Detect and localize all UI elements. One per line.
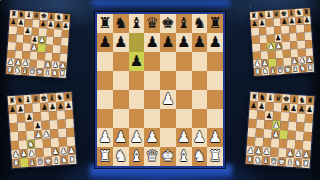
square-c7[interactable] [129, 33, 145, 52]
square-b4[interactable] [113, 90, 129, 109]
black-rook: ♜ [64, 93, 71, 101]
chessboard-mini-bottom-left: ♜♞♝♛♚♝♞♜♟♟♟♟♟♟♟♟♟♟♞♟♟♟♟♟♟♜♝♛♚♝♞♜ [6, 91, 77, 169]
white-queen: ♛ [277, 66, 284, 73]
white-knight: ♞ [294, 159, 301, 167]
black-rook: ♜ [251, 93, 258, 101]
black-queen: ♛ [273, 11, 280, 18]
white-pawn: ♟ [114, 130, 127, 145]
black-pawn: ♟ [177, 35, 190, 50]
square-b3[interactable] [113, 109, 129, 128]
square-g2[interactable]: ♟ [192, 128, 208, 147]
square-d4[interactable] [144, 90, 160, 109]
square-c2[interactable]: ♟ [129, 128, 145, 147]
white-pawn: ♟ [247, 147, 254, 155]
square-g3[interactable] [192, 109, 208, 128]
square-f5[interactable] [176, 71, 192, 90]
chessboard-mini-top-left: ♜♞♝♛♚♝♞♜♟♟♟♟♟♟♟♟♟♟♟♟♟♟♟♟♜♞♝♛♚♝♞♜ [5, 9, 71, 79]
black-pawn: ♟ [49, 103, 56, 111]
square-b2[interactable]: ♟ [113, 128, 129, 147]
black-pawn: ♟ [281, 18, 288, 25]
white-rook: ♜ [302, 159, 309, 167]
black-bishop: ♝ [267, 94, 274, 102]
white-pawn: ♟ [28, 149, 35, 157]
black-bishop: ♝ [130, 16, 143, 31]
black-bishop: ♝ [24, 95, 31, 103]
square-g5[interactable] [192, 71, 208, 90]
chessboard-mini-top-right: ♜♞♝♛♚♝♞♜♟♟♟♟♟♟♟♟♟♟♟♟♟♟♜♞♝♛♚♝♞♜ [249, 7, 315, 77]
square-h1: ♜ [68, 155, 77, 165]
square-f4[interactable] [176, 90, 192, 109]
square-g4[interactable] [192, 90, 208, 109]
square-c4[interactable] [129, 90, 145, 109]
white-queen: ♛ [270, 157, 277, 165]
black-king: ♚ [280, 10, 287, 17]
black-pawn: ♟ [130, 54, 143, 69]
black-knight: ♞ [16, 96, 23, 104]
white-knight: ♞ [51, 70, 58, 77]
white-pawn: ♟ [31, 44, 38, 51]
white-knight: ♞ [299, 65, 306, 72]
white-bishop: ♝ [286, 158, 293, 166]
black-bishop: ♝ [288, 10, 295, 17]
white-pawn: ♟ [306, 56, 313, 63]
white-pawn: ♟ [59, 62, 66, 69]
white-pawn: ♟ [255, 147, 262, 155]
white-pawn: ♟ [268, 43, 275, 50]
white-pawn: ♟ [299, 57, 306, 64]
white-pawn: ♟ [98, 130, 111, 145]
white-knight: ♞ [61, 156, 68, 164]
black-pawn: ♟ [208, 35, 221, 50]
white-knight: ♞ [193, 149, 206, 164]
square-a7[interactable]: ♟ [97, 33, 113, 52]
square-h1: ♜ [301, 159, 310, 169]
black-pawn: ♟ [259, 20, 266, 27]
square-a1[interactable]: ♜ [97, 147, 113, 166]
white-pawn: ♟ [68, 147, 75, 155]
square-a3[interactable] [97, 109, 113, 128]
white-pawn: ♟ [272, 130, 279, 138]
white-bishop: ♝ [21, 67, 28, 74]
black-bishop: ♝ [291, 95, 298, 103]
black-pawn: ♟ [275, 35, 282, 42]
square-e7[interactable]: ♟ [160, 33, 176, 52]
white-rook: ♜ [13, 159, 20, 167]
black-rook: ♜ [10, 11, 17, 18]
top-blue-glow [92, 0, 230, 8]
black-pawn: ♟ [193, 35, 206, 50]
square-h7[interactable]: ♟ [207, 33, 223, 52]
black-knight: ♞ [259, 93, 266, 101]
white-pawn: ♟ [295, 150, 302, 158]
black-pawn: ♟ [47, 21, 54, 28]
white-pawn: ♟ [145, 130, 158, 145]
square-f8[interactable]: ♝ [176, 14, 192, 33]
chess-openings-thumbnail: ♜♞♝♛♚♝♞♜♟♟♟♟♟♟♟♟♟♟♟♟♟♟♟♟♜♞♝♛♚♝♞♜ ♜♞♝♛♚♝♞… [0, 0, 320, 180]
black-pawn: ♟ [57, 102, 64, 110]
square-a8[interactable]: ♜ [97, 14, 113, 33]
white-pawn: ♟ [22, 59, 29, 66]
white-rook: ♜ [59, 70, 66, 77]
black-queen: ♛ [275, 94, 282, 102]
white-pawn: ♟ [39, 37, 46, 44]
square-h3[interactable] [207, 109, 223, 128]
white-pawn: ♟ [303, 150, 310, 158]
white-pawn: ♟ [12, 150, 19, 158]
white-pawn: ♟ [52, 62, 59, 69]
black-bishop: ♝ [177, 16, 190, 31]
white-bishop: ♝ [130, 149, 143, 164]
white-bishop: ♝ [177, 149, 190, 164]
white-bishop: ♝ [29, 158, 36, 166]
square-g7[interactable]: ♟ [192, 33, 208, 52]
square-d8[interactable]: ♛ [144, 14, 160, 33]
black-pawn: ♟ [145, 35, 158, 50]
square-h2[interactable]: ♟ [207, 128, 223, 147]
white-rook: ♜ [6, 66, 13, 73]
white-pawn: ♟ [254, 60, 261, 67]
white-knight: ♞ [14, 67, 21, 74]
white-rook: ♜ [307, 64, 314, 71]
square-e8[interactable]: ♚ [160, 14, 176, 33]
white-pawn: ♟ [291, 57, 298, 64]
square-h1: ♜ [58, 70, 66, 79]
black-pawn: ♟ [250, 102, 257, 110]
square-b7[interactable]: ♟ [113, 33, 129, 52]
white-pawn: ♟ [161, 92, 174, 107]
square-e2[interactable] [160, 128, 176, 147]
square-g1[interactable]: ♞ [192, 147, 208, 166]
black-pawn: ♟ [251, 20, 258, 27]
black-pawn: ♟ [306, 106, 313, 114]
square-g6[interactable] [192, 52, 208, 71]
white-king: ♚ [161, 149, 174, 164]
black-rook: ♜ [208, 16, 221, 31]
square-a2[interactable]: ♟ [97, 128, 113, 147]
black-bishop: ♝ [265, 11, 272, 18]
white-bishop: ♝ [262, 157, 269, 165]
white-king: ♚ [278, 158, 285, 166]
black-pawn: ♟ [98, 35, 111, 50]
black-pawn: ♟ [290, 104, 297, 112]
square-h4[interactable] [207, 90, 223, 109]
square-h5[interactable] [207, 71, 223, 90]
white-pawn: ♟ [35, 131, 42, 139]
black-knight: ♞ [114, 16, 127, 31]
black-queen: ♛ [32, 95, 39, 103]
square-h6[interactable] [207, 52, 223, 71]
white-knight: ♞ [262, 68, 269, 75]
black-pawn: ♟ [303, 17, 310, 24]
square-f2[interactable]: ♟ [176, 128, 192, 147]
square-c5[interactable] [129, 71, 145, 90]
black-rook: ♜ [250, 12, 257, 19]
black-queen: ♛ [145, 16, 158, 31]
black-pawn: ♟ [17, 105, 24, 113]
white-king: ♚ [45, 157, 52, 165]
black-pawn: ♟ [24, 28, 31, 35]
square-c3[interactable] [129, 109, 145, 128]
square-f7[interactable]: ♟ [176, 33, 192, 52]
black-pawn: ♟ [282, 104, 289, 112]
square-c6[interactable]: ♟ [129, 52, 145, 71]
black-pawn: ♟ [55, 22, 62, 29]
black-bishop: ♝ [48, 94, 55, 102]
square-d5[interactable] [144, 71, 160, 90]
white-queen: ♛ [145, 149, 158, 164]
black-king: ♚ [161, 16, 174, 31]
white-pawn: ♟ [263, 148, 270, 156]
black-pawn: ♟ [161, 35, 174, 50]
square-f6[interactable] [176, 52, 192, 71]
square-e3[interactable] [160, 109, 176, 128]
black-rook: ♜ [303, 9, 310, 16]
square-b1[interactable]: ♞ [113, 147, 129, 166]
black-rook: ♜ [63, 14, 70, 21]
black-pawn: ♟ [40, 21, 47, 28]
white-rook: ♜ [69, 155, 76, 163]
square-b5[interactable] [113, 71, 129, 90]
white-pawn: ♟ [43, 130, 50, 138]
square-a6[interactable] [97, 52, 113, 71]
square-d6[interactable] [144, 52, 160, 71]
square-d1[interactable]: ♛ [144, 147, 160, 166]
white-pawn: ♟ [177, 130, 190, 145]
white-pawn: ♟ [60, 147, 67, 155]
white-bishop: ♝ [53, 157, 60, 165]
black-king: ♚ [283, 95, 290, 103]
square-e5[interactable] [160, 71, 176, 90]
white-pawn: ♟ [7, 58, 14, 65]
white-knight: ♞ [114, 149, 127, 164]
black-knight: ♞ [55, 14, 62, 21]
white-bishop: ♝ [269, 67, 276, 74]
black-pawn: ♟ [10, 19, 17, 26]
white-pawn: ♟ [130, 130, 143, 145]
square-f3[interactable] [176, 109, 192, 128]
white-pawn: ♟ [261, 60, 268, 67]
black-pawn: ♟ [17, 19, 24, 26]
square-b8[interactable]: ♞ [113, 14, 129, 33]
white-queen: ♛ [29, 68, 36, 75]
square-d3[interactable] [144, 109, 160, 128]
chessboard-mini-bottom-right: ♜♞♝♛♚♝♞♜♟♟♟♟♟♟♟♟♟♟♟♟♟♟♟♜♞♝♛♚♝♞♜ [244, 91, 315, 169]
white-knight: ♞ [254, 156, 261, 164]
white-rook: ♜ [208, 149, 221, 164]
white-king: ♚ [284, 66, 291, 73]
black-rook: ♜ [98, 16, 111, 31]
square-d2[interactable]: ♟ [144, 128, 160, 147]
black-pawn: ♟ [65, 102, 72, 110]
square-d7[interactable]: ♟ [144, 33, 160, 52]
white-pawn: ♟ [193, 130, 206, 145]
white-rook: ♜ [246, 155, 253, 163]
white-queen: ♛ [37, 158, 44, 166]
black-pawn: ♟ [296, 17, 303, 24]
white-pawn: ♟ [273, 121, 280, 129]
square-e1[interactable]: ♚ [160, 147, 176, 166]
white-king: ♚ [36, 68, 43, 75]
black-rook: ♜ [8, 97, 15, 105]
square-e4[interactable]: ♟ [160, 90, 176, 109]
black-king: ♚ [40, 13, 47, 20]
square-c8[interactable]: ♝ [129, 14, 145, 33]
white-pawn: ♟ [52, 148, 59, 156]
black-pawn: ♟ [288, 18, 295, 25]
black-pawn: ♟ [25, 113, 32, 121]
black-king: ♚ [40, 94, 47, 102]
square-e6[interactable] [160, 52, 176, 71]
white-rook: ♜ [254, 68, 261, 75]
black-knight: ♞ [193, 16, 206, 31]
black-pawn: ♟ [298, 105, 305, 113]
white-pawn: ♟ [275, 43, 282, 50]
square-g8[interactable]: ♞ [192, 14, 208, 33]
white-pawn: ♟ [208, 130, 221, 145]
black-knight: ♞ [258, 12, 265, 19]
white-pawn: ♟ [287, 149, 294, 157]
white-knight: ♞ [27, 140, 34, 148]
white-pawn: ♟ [20, 150, 27, 158]
square-a5[interactable] [97, 71, 113, 90]
black-pawn: ♟ [34, 122, 41, 130]
square-b6[interactable] [113, 52, 129, 71]
black-pawn: ♟ [114, 35, 127, 50]
square-a4[interactable] [97, 90, 113, 109]
black-queen: ♛ [33, 12, 40, 19]
white-bishop: ♝ [292, 65, 299, 72]
black-knight: ♞ [299, 96, 306, 104]
white-pawn: ♟ [44, 61, 51, 68]
black-pawn: ♟ [41, 103, 48, 111]
black-rook: ♜ [307, 97, 314, 105]
square-h1[interactable]: ♜ [207, 147, 223, 166]
white-bishop: ♝ [44, 69, 51, 76]
black-knight: ♞ [18, 11, 25, 18]
black-pawn: ♟ [62, 22, 69, 29]
black-pawn: ♟ [258, 102, 265, 110]
black-bishop: ♝ [25, 12, 32, 19]
black-pawn: ♟ [31, 36, 38, 43]
black-knight: ♞ [56, 93, 63, 101]
black-pawn: ♟ [9, 106, 16, 114]
square-h1: ♜ [306, 64, 314, 73]
square-h8[interactable]: ♜ [207, 14, 223, 33]
black-knight: ♞ [295, 9, 302, 16]
square-c1[interactable]: ♝ [129, 147, 145, 166]
black-pawn: ♟ [265, 112, 272, 120]
white-rook: ♜ [98, 149, 111, 164]
chessboard-center-caro-kann: ♜♞♝♛♚♝♞♜♟♟♟♟♟♟♟♟♟♟♟♟♟♟♟♟♜♞♝♛♚♝♞♜ [95, 12, 225, 168]
square-f1[interactable]: ♝ [176, 147, 192, 166]
black-bishop: ♝ [48, 13, 55, 20]
white-pawn: ♟ [15, 59, 22, 66]
